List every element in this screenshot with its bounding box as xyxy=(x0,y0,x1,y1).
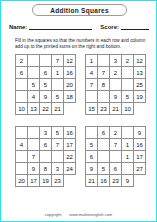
given-cell: 6 xyxy=(110,163,122,175)
addition-square-3: 3516467177229832420171923 xyxy=(15,126,76,187)
empty-cell[interactable] xyxy=(52,151,64,163)
empty-cell[interactable] xyxy=(98,151,110,163)
name-score-row: Name: Score: xyxy=(9,22,149,30)
row-sum: 17 xyxy=(64,139,76,151)
given-cell: 6 xyxy=(40,67,52,79)
empty-cell[interactable] xyxy=(40,55,52,67)
given-cell: 4 xyxy=(16,139,28,151)
name-input-line[interactable] xyxy=(29,23,92,30)
given-cell: 9 xyxy=(40,91,52,103)
given-cell: 6 xyxy=(16,67,28,79)
row-sum: 12 xyxy=(134,55,146,67)
empty-cell[interactable] xyxy=(28,139,40,151)
given-cell: 7 xyxy=(110,139,122,151)
row-sum: 12 xyxy=(64,55,76,67)
row-sum: 13 xyxy=(134,67,146,79)
given-cell: 5 xyxy=(98,163,110,175)
row-sum: 17 xyxy=(134,151,146,163)
given-cell: 4 xyxy=(86,67,98,79)
given-cell: 9 xyxy=(86,163,98,175)
given-cell: 6 xyxy=(98,127,110,139)
title-box: Addition Squares xyxy=(32,4,127,16)
empty-cell[interactable] xyxy=(98,55,110,67)
empty-cell[interactable] xyxy=(110,79,122,91)
given-cell: 3 xyxy=(52,163,64,175)
col-sum: 17 xyxy=(28,175,40,187)
row-sum: 9 xyxy=(134,127,146,139)
col-sum: 22 xyxy=(40,103,52,115)
given-cell: 5 xyxy=(52,127,64,139)
addition-square-4: 629571166117956272116239 xyxy=(85,126,146,187)
name-label: Name: xyxy=(9,24,29,30)
row-sum: 16 xyxy=(64,127,76,139)
given-cell: 6 xyxy=(40,139,52,151)
col-sum: 9 xyxy=(122,175,134,187)
addition-square-2: 13212472137825951915232110 xyxy=(85,54,146,115)
puzzle-grid-container: 2712661165520495181013222113212472137825… xyxy=(15,54,146,187)
col-sum: 23 xyxy=(110,175,122,187)
footer-copyright: copyright: xyxy=(45,212,62,217)
corner-empty xyxy=(134,103,146,115)
col-sum: 10 xyxy=(122,103,134,115)
empty-cell[interactable] xyxy=(16,91,28,103)
given-cell: 1 xyxy=(86,55,98,67)
col-sum: 23 xyxy=(52,175,64,187)
col-sum: 15 xyxy=(86,103,98,115)
empty-cell[interactable] xyxy=(122,67,134,79)
corner-empty xyxy=(64,175,76,187)
col-sum: 19 xyxy=(40,175,52,187)
col-sum: 20 xyxy=(16,175,28,187)
footer-url[interactable]: www.mathinenglish.com xyxy=(69,212,112,217)
empty-cell[interactable] xyxy=(122,163,134,175)
given-cell: 2 xyxy=(110,127,122,139)
empty-cell[interactable] xyxy=(28,127,40,139)
row-sum: 20 xyxy=(64,79,76,91)
given-cell: 5 xyxy=(122,91,134,103)
given-cell: 2 xyxy=(110,67,122,79)
given-cell: 7 xyxy=(28,151,40,163)
given-cell: 1 xyxy=(122,139,134,151)
row-sum: 18 xyxy=(64,91,76,103)
given-cell: 2 xyxy=(16,55,28,67)
col-sum: 23 xyxy=(98,103,110,115)
empty-cell[interactable] xyxy=(98,139,110,151)
addition-square-1: 27126611655204951810132221 xyxy=(15,54,76,115)
corner-empty xyxy=(134,175,146,187)
empty-cell[interactable] xyxy=(16,151,28,163)
empty-cell[interactable] xyxy=(110,151,122,163)
row-sum: 16 xyxy=(134,139,146,151)
col-sum: 13 xyxy=(28,103,40,115)
given-cell: 3 xyxy=(40,127,52,139)
given-cell: 7 xyxy=(52,55,64,67)
score-label: Score: xyxy=(100,24,121,30)
empty-cell[interactable] xyxy=(52,79,64,91)
row-sum: 27 xyxy=(134,163,146,175)
given-cell: 5 xyxy=(28,79,40,91)
instructions-text: Fill in the squares so that the numbers … xyxy=(15,38,148,50)
row-sum: 22 xyxy=(64,151,76,163)
given-cell: 7 xyxy=(52,139,64,151)
empty-cell[interactable] xyxy=(122,127,134,139)
given-cell: 6 xyxy=(86,151,98,163)
empty-cell[interactable] xyxy=(40,151,52,163)
worksheet-page: { "game": "addition-squares", "page": { … xyxy=(0,0,157,222)
empty-cell[interactable] xyxy=(122,79,134,91)
empty-cell[interactable] xyxy=(98,91,110,103)
given-cell: 5 xyxy=(86,139,98,151)
footer: copyright: www.mathinenglish.com xyxy=(1,212,156,217)
corner-empty xyxy=(64,103,76,115)
row-sum: 16 xyxy=(64,67,76,79)
given-cell: 8 xyxy=(40,163,52,175)
given-cell: 7 xyxy=(98,67,110,79)
given-cell: 9 xyxy=(28,163,40,175)
col-sum: 21 xyxy=(52,103,64,115)
given-cell: 2 xyxy=(122,55,134,67)
col-sum: 21 xyxy=(86,175,98,187)
given-cell: 5 xyxy=(40,79,52,91)
empty-cell[interactable] xyxy=(86,91,98,103)
given-cell: 5 xyxy=(52,91,64,103)
given-cell: 1 xyxy=(52,67,64,79)
given-cell: 8 xyxy=(98,79,110,91)
empty-cell[interactable] xyxy=(16,127,28,139)
given-cell: 4 xyxy=(28,91,40,103)
score-input-line[interactable] xyxy=(121,23,149,30)
given-cell: 1 xyxy=(122,151,134,163)
given-cell: 9 xyxy=(110,91,122,103)
given-cell: 7 xyxy=(86,79,98,91)
col-sum: 21 xyxy=(110,103,122,115)
col-sum: 10 xyxy=(16,103,28,115)
empty-cell[interactable] xyxy=(16,79,28,91)
row-sum: 24 xyxy=(64,163,76,175)
row-sum: 19 xyxy=(134,91,146,103)
col-sum: 16 xyxy=(98,175,110,187)
row-sum: 25 xyxy=(134,79,146,91)
given-cell: 3 xyxy=(110,55,122,67)
empty-cell[interactable] xyxy=(16,163,28,175)
empty-cell[interactable] xyxy=(28,67,40,79)
empty-cell[interactable] xyxy=(28,55,40,67)
page-title: Addition Squares xyxy=(50,7,109,14)
empty-cell[interactable] xyxy=(86,127,98,139)
